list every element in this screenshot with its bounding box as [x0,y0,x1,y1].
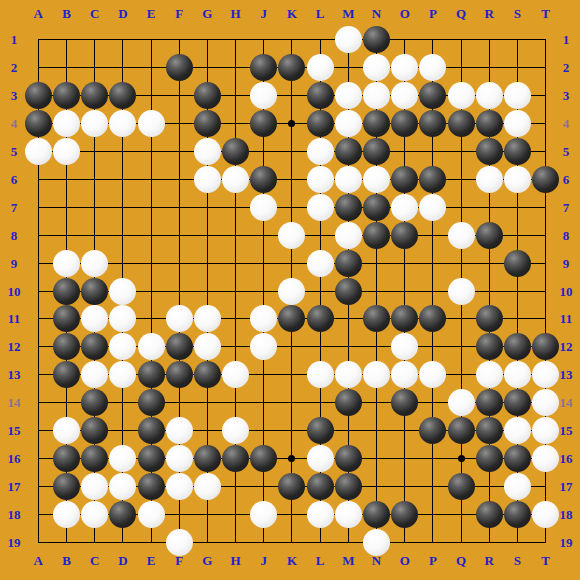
intersection-Q18[interactable] [447,500,475,528]
intersection-T10[interactable] [532,277,560,305]
intersection-H4[interactable] [222,110,250,138]
intersection-N17[interactable] [362,472,390,500]
intersection-L17[interactable] [306,472,334,500]
intersection-L10[interactable] [306,277,334,305]
intersection-A16[interactable] [24,444,52,472]
intersection-A12[interactable] [24,333,52,361]
intersection-E11[interactable] [137,305,165,333]
intersection-K1[interactable] [278,26,306,54]
intersection-T9[interactable] [532,249,560,277]
intersection-C18[interactable] [81,500,109,528]
intersection-D15[interactable] [109,417,137,445]
intersection-B5[interactable] [52,138,80,166]
intersection-Q3[interactable] [447,82,475,110]
intersection-A10[interactable] [24,277,52,305]
intersection-M10[interactable] [334,277,362,305]
intersection-S1[interactable] [503,26,531,54]
intersection-C15[interactable] [81,417,109,445]
intersection-G13[interactable] [193,361,221,389]
intersection-L16[interactable] [306,444,334,472]
intersection-H5[interactable] [222,138,250,166]
intersection-J4[interactable] [250,110,278,138]
intersection-E5[interactable] [137,138,165,166]
intersection-A2[interactable] [24,54,52,82]
intersection-L19[interactable] [306,528,334,556]
intersection-M4[interactable] [334,110,362,138]
intersection-E12[interactable] [137,333,165,361]
intersection-G15[interactable] [193,417,221,445]
intersection-P18[interactable] [419,500,447,528]
intersection-P14[interactable] [419,389,447,417]
intersection-N6[interactable] [362,166,390,194]
intersection-S12[interactable] [503,333,531,361]
intersection-F9[interactable] [165,249,193,277]
intersection-L5[interactable] [306,138,334,166]
intersection-L8[interactable] [306,221,334,249]
intersection-B19[interactable] [52,528,80,556]
intersection-E2[interactable] [137,54,165,82]
intersection-P16[interactable] [419,444,447,472]
intersection-P12[interactable] [419,333,447,361]
intersection-S7[interactable] [503,193,531,221]
intersection-B10[interactable] [52,277,80,305]
intersection-O2[interactable] [391,54,419,82]
intersection-J12[interactable] [250,333,278,361]
intersection-A3[interactable] [24,82,52,110]
intersection-L12[interactable] [306,333,334,361]
intersection-M15[interactable] [334,417,362,445]
intersection-C19[interactable] [81,528,109,556]
intersection-K19[interactable] [278,528,306,556]
intersection-H1[interactable] [222,26,250,54]
intersection-B8[interactable] [52,221,80,249]
intersection-K9[interactable] [278,249,306,277]
intersection-Q7[interactable] [447,193,475,221]
intersection-J17[interactable] [250,472,278,500]
intersection-B11[interactable] [52,305,80,333]
intersection-L1[interactable] [306,26,334,54]
intersection-G5[interactable] [193,138,221,166]
intersection-T12[interactable] [532,333,560,361]
intersection-B12[interactable] [52,333,80,361]
intersection-H11[interactable] [222,305,250,333]
intersection-G10[interactable] [193,277,221,305]
intersection-D7[interactable] [109,193,137,221]
intersection-Q13[interactable] [447,361,475,389]
intersection-E15[interactable] [137,417,165,445]
intersection-E9[interactable] [137,249,165,277]
intersection-A17[interactable] [24,472,52,500]
intersection-L13[interactable] [306,361,334,389]
intersection-S5[interactable] [503,138,531,166]
intersection-P1[interactable] [419,26,447,54]
intersection-C4[interactable] [81,110,109,138]
intersection-F11[interactable] [165,305,193,333]
intersection-L18[interactable] [306,500,334,528]
intersection-D8[interactable] [109,221,137,249]
intersection-D11[interactable] [109,305,137,333]
intersection-J14[interactable] [250,389,278,417]
intersection-A5[interactable] [24,138,52,166]
intersection-C5[interactable] [81,138,109,166]
intersection-S9[interactable] [503,249,531,277]
intersection-G2[interactable] [193,54,221,82]
intersection-R17[interactable] [475,472,503,500]
intersection-P19[interactable] [419,528,447,556]
intersection-E13[interactable] [137,361,165,389]
intersection-G7[interactable] [193,193,221,221]
intersection-S3[interactable] [503,82,531,110]
intersection-S10[interactable] [503,277,531,305]
intersection-E1[interactable] [137,26,165,54]
intersection-K7[interactable] [278,193,306,221]
intersection-L4[interactable] [306,110,334,138]
intersection-E10[interactable] [137,277,165,305]
intersection-S19[interactable] [503,528,531,556]
intersection-C10[interactable] [81,277,109,305]
intersection-E16[interactable] [137,444,165,472]
intersection-N8[interactable] [362,221,390,249]
intersection-O14[interactable] [391,389,419,417]
intersection-C14[interactable] [81,389,109,417]
intersection-T8[interactable] [532,221,560,249]
intersection-M6[interactable] [334,166,362,194]
intersection-M5[interactable] [334,138,362,166]
intersection-D5[interactable] [109,138,137,166]
intersection-R2[interactable] [475,54,503,82]
intersection-T3[interactable] [532,82,560,110]
intersection-H8[interactable] [222,221,250,249]
intersection-O12[interactable] [391,333,419,361]
intersection-G18[interactable] [193,500,221,528]
intersection-C16[interactable] [81,444,109,472]
intersection-O13[interactable] [391,361,419,389]
intersection-H18[interactable] [222,500,250,528]
intersection-R12[interactable] [475,333,503,361]
intersection-P7[interactable] [419,193,447,221]
intersection-O3[interactable] [391,82,419,110]
intersection-Q16[interactable] [447,444,475,472]
intersection-M13[interactable] [334,361,362,389]
intersection-P4[interactable] [419,110,447,138]
intersection-Q11[interactable] [447,305,475,333]
intersection-D9[interactable] [109,249,137,277]
intersection-P15[interactable] [419,417,447,445]
intersection-N15[interactable] [362,417,390,445]
intersection-D19[interactable] [109,528,137,556]
intersection-N10[interactable] [362,277,390,305]
intersection-R7[interactable] [475,193,503,221]
intersection-E7[interactable] [137,193,165,221]
intersection-G3[interactable] [193,82,221,110]
intersection-C2[interactable] [81,54,109,82]
intersection-C7[interactable] [81,193,109,221]
intersection-P2[interactable] [419,54,447,82]
intersection-O11[interactable] [391,305,419,333]
intersection-G19[interactable] [193,528,221,556]
intersection-E17[interactable] [137,472,165,500]
intersection-D14[interactable] [109,389,137,417]
intersection-K14[interactable] [278,389,306,417]
intersection-K3[interactable] [278,82,306,110]
intersection-O7[interactable] [391,193,419,221]
intersection-A7[interactable] [24,193,52,221]
intersection-T15[interactable] [532,417,560,445]
intersection-L14[interactable] [306,389,334,417]
intersection-G17[interactable] [193,472,221,500]
intersection-M3[interactable] [334,82,362,110]
intersection-M2[interactable] [334,54,362,82]
intersection-H15[interactable] [222,417,250,445]
intersection-J5[interactable] [250,138,278,166]
intersection-T2[interactable] [532,54,560,82]
intersection-E3[interactable] [137,82,165,110]
intersection-M16[interactable] [334,444,362,472]
intersection-S14[interactable] [503,389,531,417]
intersection-A14[interactable] [24,389,52,417]
intersection-S16[interactable] [503,444,531,472]
intersection-R19[interactable] [475,528,503,556]
intersection-J3[interactable] [250,82,278,110]
intersection-N11[interactable] [362,305,390,333]
intersection-O18[interactable] [391,500,419,528]
intersection-B15[interactable] [52,417,80,445]
intersection-J19[interactable] [250,528,278,556]
intersection-H7[interactable] [222,193,250,221]
intersection-M7[interactable] [334,193,362,221]
intersection-G4[interactable] [193,110,221,138]
intersection-F17[interactable] [165,472,193,500]
intersection-F3[interactable] [165,82,193,110]
intersection-D2[interactable] [109,54,137,82]
intersection-E4[interactable] [137,110,165,138]
intersection-S17[interactable] [503,472,531,500]
intersection-S15[interactable] [503,417,531,445]
intersection-J15[interactable] [250,417,278,445]
intersection-C8[interactable] [81,221,109,249]
intersection-P11[interactable] [419,305,447,333]
intersection-H3[interactable] [222,82,250,110]
intersection-H13[interactable] [222,361,250,389]
intersection-H16[interactable] [222,444,250,472]
intersection-Q10[interactable] [447,277,475,305]
intersection-L15[interactable] [306,417,334,445]
intersection-D4[interactable] [109,110,137,138]
intersection-G6[interactable] [193,166,221,194]
intersection-A18[interactable] [24,500,52,528]
intersection-M12[interactable] [334,333,362,361]
intersection-T16[interactable] [532,444,560,472]
intersection-G1[interactable] [193,26,221,54]
intersection-N19[interactable] [362,528,390,556]
intersection-T18[interactable] [532,500,560,528]
intersection-P8[interactable] [419,221,447,249]
intersection-C1[interactable] [81,26,109,54]
intersection-J18[interactable] [250,500,278,528]
intersection-B9[interactable] [52,249,80,277]
intersection-B6[interactable] [52,166,80,194]
intersection-D3[interactable] [109,82,137,110]
intersection-O6[interactable] [391,166,419,194]
intersection-Q6[interactable] [447,166,475,194]
intersection-T7[interactable] [532,193,560,221]
intersection-S8[interactable] [503,221,531,249]
intersection-R4[interactable] [475,110,503,138]
intersection-G11[interactable] [193,305,221,333]
intersection-E14[interactable] [137,389,165,417]
intersection-L3[interactable] [306,82,334,110]
intersection-J13[interactable] [250,361,278,389]
intersection-K18[interactable] [278,500,306,528]
intersection-O16[interactable] [391,444,419,472]
intersection-G9[interactable] [193,249,221,277]
intersection-N2[interactable] [362,54,390,82]
intersection-F5[interactable] [165,138,193,166]
intersection-T13[interactable] [532,361,560,389]
intersection-K17[interactable] [278,472,306,500]
intersection-O17[interactable] [391,472,419,500]
intersection-O15[interactable] [391,417,419,445]
intersection-J9[interactable] [250,249,278,277]
intersection-B16[interactable] [52,444,80,472]
intersection-G16[interactable] [193,444,221,472]
intersection-Q19[interactable] [447,528,475,556]
intersection-R6[interactable] [475,166,503,194]
intersection-M18[interactable] [334,500,362,528]
intersection-F14[interactable] [165,389,193,417]
intersection-M11[interactable] [334,305,362,333]
intersection-H19[interactable] [222,528,250,556]
intersection-M1[interactable] [334,26,362,54]
intersection-E19[interactable] [137,528,165,556]
intersection-D1[interactable] [109,26,137,54]
intersection-Q2[interactable] [447,54,475,82]
intersection-F7[interactable] [165,193,193,221]
intersection-A1[interactable] [24,26,52,54]
intersection-K6[interactable] [278,166,306,194]
intersection-M14[interactable] [334,389,362,417]
intersection-H14[interactable] [222,389,250,417]
intersection-N9[interactable] [362,249,390,277]
intersection-G14[interactable] [193,389,221,417]
intersection-P9[interactable] [419,249,447,277]
intersection-N13[interactable] [362,361,390,389]
intersection-S13[interactable] [503,361,531,389]
intersection-B14[interactable] [52,389,80,417]
intersection-K2[interactable] [278,54,306,82]
intersection-A11[interactable] [24,305,52,333]
intersection-K15[interactable] [278,417,306,445]
intersection-J2[interactable] [250,54,278,82]
intersection-S18[interactable] [503,500,531,528]
intersection-Q12[interactable] [447,333,475,361]
intersection-N1[interactable] [362,26,390,54]
intersection-F16[interactable] [165,444,193,472]
intersection-F13[interactable] [165,361,193,389]
intersection-F4[interactable] [165,110,193,138]
intersection-F6[interactable] [165,166,193,194]
intersection-Q15[interactable] [447,417,475,445]
intersection-H2[interactable] [222,54,250,82]
intersection-L11[interactable] [306,305,334,333]
intersection-T19[interactable] [532,528,560,556]
intersection-Q14[interactable] [447,389,475,417]
intersection-H12[interactable] [222,333,250,361]
intersection-P17[interactable] [419,472,447,500]
intersection-F8[interactable] [165,221,193,249]
intersection-K11[interactable] [278,305,306,333]
intersection-M9[interactable] [334,249,362,277]
intersection-A6[interactable] [24,166,52,194]
intersection-F1[interactable] [165,26,193,54]
intersection-D6[interactable] [109,166,137,194]
intersection-K8[interactable] [278,221,306,249]
intersection-G12[interactable] [193,333,221,361]
intersection-N18[interactable] [362,500,390,528]
intersection-Q4[interactable] [447,110,475,138]
intersection-M17[interactable] [334,472,362,500]
intersection-H10[interactable] [222,277,250,305]
intersection-N4[interactable] [362,110,390,138]
intersection-L7[interactable] [306,193,334,221]
intersection-F10[interactable] [165,277,193,305]
intersection-D17[interactable] [109,472,137,500]
intersection-M8[interactable] [334,221,362,249]
intersection-A13[interactable] [24,361,52,389]
intersection-O8[interactable] [391,221,419,249]
intersection-Q17[interactable] [447,472,475,500]
intersection-D12[interactable] [109,333,137,361]
intersection-A19[interactable] [24,528,52,556]
intersection-D18[interactable] [109,500,137,528]
intersection-T17[interactable] [532,472,560,500]
intersection-L6[interactable] [306,166,334,194]
intersection-Q8[interactable] [447,221,475,249]
intersection-N12[interactable] [362,333,390,361]
intersection-D16[interactable] [109,444,137,472]
intersection-A9[interactable] [24,249,52,277]
intersection-G8[interactable] [193,221,221,249]
intersection-B4[interactable] [52,110,80,138]
intersection-O4[interactable] [391,110,419,138]
intersection-R13[interactable] [475,361,503,389]
intersection-C3[interactable] [81,82,109,110]
intersection-K13[interactable] [278,361,306,389]
intersection-S2[interactable] [503,54,531,82]
intersection-N7[interactable] [362,193,390,221]
intersection-B13[interactable] [52,361,80,389]
intersection-E8[interactable] [137,221,165,249]
intersection-O19[interactable] [391,528,419,556]
intersection-S6[interactable] [503,166,531,194]
intersection-F12[interactable] [165,333,193,361]
intersection-R14[interactable] [475,389,503,417]
intersection-J7[interactable] [250,193,278,221]
intersection-P13[interactable] [419,361,447,389]
intersection-A15[interactable] [24,417,52,445]
intersection-R15[interactable] [475,417,503,445]
intersection-B17[interactable] [52,472,80,500]
intersection-J8[interactable] [250,221,278,249]
intersection-A4[interactable] [24,110,52,138]
intersection-T11[interactable] [532,305,560,333]
intersection-A8[interactable] [24,221,52,249]
intersection-F18[interactable] [165,500,193,528]
intersection-K16[interactable] [278,444,306,472]
intersection-H9[interactable] [222,249,250,277]
intersection-T6[interactable] [532,166,560,194]
intersection-J10[interactable] [250,277,278,305]
